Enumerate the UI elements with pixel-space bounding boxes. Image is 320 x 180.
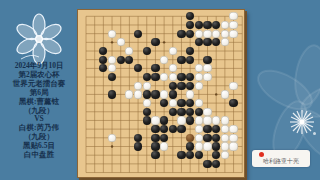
go-board [77, 9, 245, 178]
stone-black [151, 73, 159, 81]
broadcast-still: 2024年9月10日第2届农心杯世界元老擂台赛第6局黑棋:曹薰铉（九段）VS白棋… [0, 0, 320, 180]
stone-black [160, 134, 168, 142]
stone-white [134, 82, 142, 90]
stone-black [177, 108, 185, 116]
stone-black [134, 134, 142, 142]
stone-black [143, 108, 151, 116]
stone-white [203, 73, 211, 81]
stone-black [151, 38, 159, 46]
star-point [215, 93, 217, 95]
stone-black [186, 56, 194, 64]
stone-white [160, 142, 168, 150]
red-dot-icon [259, 152, 264, 157]
channel-logo-text: 哈利路亚十亮 [252, 158, 310, 165]
stone-white [195, 99, 203, 107]
stone-black [203, 38, 211, 46]
stone-black [203, 21, 211, 29]
stone-white [151, 116, 159, 124]
stone-white [169, 73, 177, 81]
stone-white [229, 125, 237, 133]
stone-white [160, 56, 168, 64]
stone-black [203, 134, 211, 142]
info-panel: 2024年9月10日第2届农心杯世界元老擂台赛第6局黑棋:曹薰铉（九段）VS白棋… [0, 0, 78, 180]
stone-white [195, 134, 203, 142]
stone-white [203, 116, 211, 124]
stone-black [143, 47, 151, 55]
stone-white [195, 30, 203, 38]
stone-white [160, 90, 168, 98]
stone-black [160, 116, 168, 124]
stone-white [221, 21, 229, 29]
stone-black [186, 82, 194, 90]
stone-white [177, 116, 185, 124]
game-info-line: 白中盘胜 [0, 151, 78, 160]
stone-white [169, 47, 177, 55]
channel-logo-badge: 哈利路亚十亮 [252, 150, 310, 167]
star-point [111, 145, 113, 147]
stone-black [229, 99, 237, 107]
stone-white [195, 82, 203, 90]
stone-black [143, 73, 151, 81]
stone-black [186, 142, 194, 150]
stone-black [169, 108, 177, 116]
stone-black [203, 56, 211, 64]
stone-black [186, 30, 194, 38]
stone-black [151, 64, 159, 72]
stone-black [151, 90, 159, 98]
stone-white [221, 90, 229, 98]
flower-emblem-icon [13, 13, 65, 65]
stone-white [229, 134, 237, 142]
stone-white [221, 134, 229, 142]
game-info-text: 2024年9月10日第2届农心杯世界元老擂台赛第6局黑棋:曹薰铉（九段）VS白棋… [0, 62, 78, 160]
stone-white [221, 30, 229, 38]
stone-white [108, 134, 116, 142]
stone-white [229, 21, 237, 29]
stone-black [195, 21, 203, 29]
sparkle-icon [288, 108, 316, 136]
stone-black [203, 125, 211, 133]
stone-black [151, 151, 159, 159]
stone-white [108, 56, 116, 64]
stone-black [177, 99, 185, 107]
stone-black [169, 90, 177, 98]
stone-white [203, 142, 211, 150]
stone-white [203, 30, 211, 38]
star-point [111, 41, 113, 43]
stone-white [143, 99, 151, 107]
stone-black [151, 125, 159, 133]
stone-white [212, 30, 220, 38]
stone-black [195, 108, 203, 116]
stone-black [177, 30, 185, 38]
stone-white [134, 90, 142, 98]
stone-black [169, 125, 177, 133]
stone-white [229, 30, 237, 38]
stone-white [229, 12, 237, 20]
stone-white [108, 30, 116, 38]
stone-black [177, 56, 185, 64]
stone-black [151, 142, 159, 150]
stone-white [221, 116, 229, 124]
stone-black [134, 30, 142, 38]
star-point [163, 41, 165, 43]
stone-black [177, 151, 185, 159]
stone-black [177, 125, 185, 133]
stone-white [229, 82, 237, 90]
stone-white [125, 90, 133, 98]
stone-black [143, 116, 151, 124]
sparkle-dot [313, 132, 316, 135]
stone-black [177, 73, 185, 81]
stone-black [212, 142, 220, 150]
stone-white [186, 90, 194, 98]
stone-black [186, 116, 194, 124]
stone-black [186, 108, 194, 116]
stone-white [203, 108, 211, 116]
stone-black [117, 56, 125, 64]
stone-black [169, 82, 177, 90]
stone-black [143, 90, 151, 98]
stone-white [229, 142, 237, 150]
stone-white [203, 64, 211, 72]
stone-black [151, 134, 159, 142]
stone-white [221, 142, 229, 150]
stone-white [143, 82, 151, 90]
stone-black [108, 90, 116, 98]
stone-white [169, 99, 177, 107]
stone-white [195, 73, 203, 81]
stone-white [195, 116, 203, 124]
stone-white [212, 116, 220, 124]
stone-black [134, 142, 142, 150]
stone-white [195, 142, 203, 150]
stone-black [177, 82, 185, 90]
stone-black [203, 160, 211, 168]
